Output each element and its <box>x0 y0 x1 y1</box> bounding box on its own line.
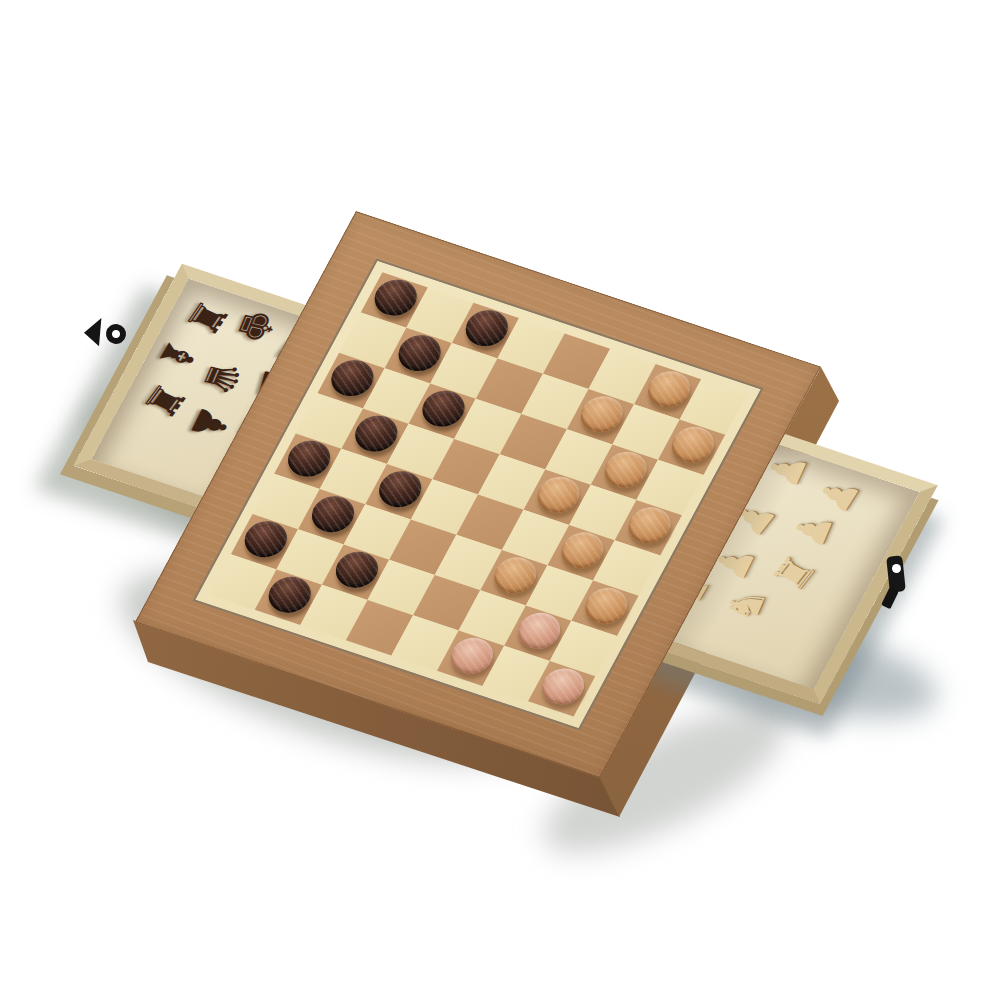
chess-piece-rook[interactable]: ♜ <box>178 294 236 341</box>
chess-piece-pawn[interactable]: ♟ <box>182 401 238 445</box>
chess-piece-rook[interactable]: ♜ <box>135 376 194 424</box>
left-drawer-latch-icon[interactable] <box>84 314 132 356</box>
product-photo-scene: ♜♚♞♝♛♟♜♟♞ ♟♟♟♟♟♟♟♟♜♝♞ <box>0 0 1000 1000</box>
chess-piece-pawn[interactable]: ♟ <box>810 472 868 518</box>
checkers-board <box>209 272 747 716</box>
chess-piece-pawn[interactable]: ♟ <box>786 509 841 552</box>
chess-piece-king[interactable]: ♚ <box>229 305 284 347</box>
chess-piece-rook[interactable]: ♜ <box>765 550 824 598</box>
latch-hole-icon <box>892 564 901 573</box>
latch-hook-icon <box>881 587 899 609</box>
chess-piece-knight[interactable]: ♞ <box>719 584 774 627</box>
chess-piece-queen[interactable]: ♛ <box>194 356 249 399</box>
latch-eye-icon <box>104 322 127 345</box>
chess-piece-bishop[interactable]: ♝ <box>149 332 206 378</box>
right-drawer-latch-icon[interactable] <box>884 556 910 616</box>
